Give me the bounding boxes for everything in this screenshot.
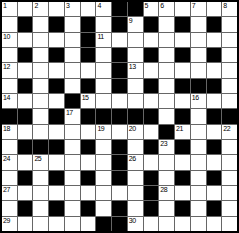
cell-14-4[interactable]: [65, 217, 80, 231]
clue-number: 18: [3, 125, 10, 133]
crossword-grid: 1234567891011121314151617181920212223242…: [0, 0, 239, 233]
cell-8-2[interactable]: [33, 125, 48, 139]
cell-12-14[interactable]: [222, 186, 237, 200]
cell-14-5[interactable]: [81, 217, 96, 231]
block-cell-13-3: [49, 201, 64, 215]
cell-2-11[interactable]: [175, 33, 190, 47]
cell-9-10[interactable]: 23: [159, 140, 174, 154]
cell-9-8[interactable]: [128, 140, 143, 154]
cell-8-5[interactable]: [81, 125, 96, 139]
cell-14-13[interactable]: [207, 217, 222, 231]
cell-2-4[interactable]: [65, 33, 80, 47]
clue-number: 16: [192, 94, 199, 102]
cell-10-9[interactable]: [144, 155, 159, 169]
block-cell-9-5: [81, 140, 96, 154]
cell-13-8[interactable]: [128, 201, 143, 215]
clue-number: 5: [145, 2, 148, 10]
cell-6-7[interactable]: [112, 94, 127, 108]
clue-number: 12: [3, 63, 10, 71]
block-cell-5-9: [144, 79, 159, 93]
block-cell-0-8: [128, 2, 143, 16]
cell-5-6[interactable]: [96, 79, 111, 93]
block-cell-9-13: [207, 140, 222, 154]
cell-14-10[interactable]: [159, 217, 174, 231]
clue-number: 15: [82, 94, 89, 102]
block-cell-3-1: [18, 48, 33, 62]
block-cell-1-11: [175, 17, 190, 31]
block-cell-1-3: [49, 17, 64, 31]
cell-12-13[interactable]: [207, 186, 222, 200]
clue-number: 21: [176, 125, 183, 133]
block-cell-9-7: [112, 140, 127, 154]
cell-8-4[interactable]: [65, 125, 80, 139]
cell-8-14[interactable]: 22: [222, 125, 237, 139]
cell-12-7[interactable]: [112, 186, 127, 200]
cell-13-10[interactable]: [159, 201, 174, 215]
cell-10-3[interactable]: [49, 155, 64, 169]
cell-2-2[interactable]: [33, 33, 48, 47]
cell-2-6[interactable]: 11: [96, 33, 111, 47]
cell-0-1[interactable]: [18, 2, 33, 16]
cell-11-6[interactable]: [96, 171, 111, 185]
cell-6-12[interactable]: 16: [191, 94, 206, 108]
cell-3-12[interactable]: [191, 48, 206, 62]
cell-14-12[interactable]: [191, 217, 206, 231]
cell-0-12[interactable]: 7: [191, 2, 206, 16]
cell-2-1[interactable]: [18, 33, 33, 47]
cell-8-6[interactable]: 19: [96, 125, 111, 139]
block-cell-9-3: [49, 140, 64, 154]
cell-3-8[interactable]: [128, 48, 143, 62]
cell-10-14[interactable]: [222, 155, 237, 169]
clue-number: 22: [223, 125, 230, 133]
cell-0-4[interactable]: 3: [65, 2, 80, 16]
clue-number: 27: [3, 186, 10, 194]
block-cell-5-1: [18, 79, 33, 93]
clue-number: 2: [34, 2, 37, 10]
cell-1-14[interactable]: [222, 17, 237, 31]
cell-0-2[interactable]: 2: [33, 2, 48, 16]
cell-4-10[interactable]: [159, 63, 174, 77]
cell-3-0[interactable]: [2, 48, 17, 62]
block-cell-9-2: [33, 140, 48, 154]
block-cell-9-11: [175, 140, 190, 154]
block-cell-1-13: [207, 17, 222, 31]
cell-12-1[interactable]: [18, 186, 33, 200]
cell-3-14[interactable]: [222, 48, 237, 62]
cell-4-12[interactable]: [191, 63, 206, 77]
cell-2-9[interactable]: [144, 33, 159, 47]
cell-10-5[interactable]: [81, 155, 96, 169]
block-cell-7-7: [112, 109, 127, 123]
block-cell-3-11: [175, 48, 190, 62]
cell-8-8[interactable]: 20: [128, 125, 143, 139]
cell-2-8[interactable]: [128, 33, 143, 47]
cell-1-10[interactable]: [159, 17, 174, 31]
block-cell-9-9: [144, 140, 159, 154]
cell-14-9[interactable]: [144, 217, 159, 231]
block-cell-9-1: [18, 140, 33, 154]
cell-13-4[interactable]: [65, 201, 80, 215]
cell-12-4[interactable]: [65, 186, 80, 200]
block-cell-7-5: [81, 109, 96, 123]
cell-0-11[interactable]: [175, 2, 190, 16]
cell-3-10[interactable]: [159, 48, 174, 62]
cell-6-0[interactable]: 14: [2, 94, 17, 108]
cell-9-6[interactable]: [96, 140, 111, 154]
block-cell-4-7: [112, 63, 127, 77]
cell-7-10[interactable]: [159, 109, 174, 123]
cell-4-5[interactable]: [81, 63, 96, 77]
block-cell-13-13: [207, 201, 222, 215]
cell-11-2[interactable]: [33, 171, 48, 185]
cell-6-14[interactable]: [222, 94, 237, 108]
block-cell-3-5: [81, 48, 96, 62]
cell-8-13[interactable]: [207, 125, 222, 139]
cell-8-11[interactable]: 21: [175, 125, 190, 139]
cell-0-5[interactable]: [81, 2, 96, 16]
cell-1-2[interactable]: [33, 17, 48, 31]
cell-8-9[interactable]: [144, 125, 159, 139]
cell-0-14[interactable]: 8: [222, 2, 237, 16]
cell-0-0[interactable]: 1: [2, 2, 17, 16]
clue-number: 23: [160, 140, 167, 148]
cell-13-6[interactable]: [96, 201, 111, 215]
block-cell-7-8: [128, 109, 143, 123]
clue-number: 20: [129, 125, 136, 133]
cell-3-2[interactable]: [33, 48, 48, 62]
cell-2-10[interactable]: [159, 33, 174, 47]
cell-1-12[interactable]: [191, 17, 206, 31]
cell-5-4[interactable]: [65, 79, 80, 93]
clue-number: 11: [97, 33, 103, 41]
cell-9-14[interactable]: [222, 140, 237, 154]
cell-10-10[interactable]: [159, 155, 174, 169]
block-cell-5-13: [207, 79, 222, 93]
cell-11-12[interactable]: [191, 171, 206, 185]
cell-10-2[interactable]: 25: [33, 155, 48, 169]
cell-14-11[interactable]: [175, 217, 190, 231]
cell-6-10[interactable]: [159, 94, 174, 108]
clue-number: 26: [129, 155, 136, 163]
cell-12-11[interactable]: [175, 186, 190, 200]
block-cell-14-6: [96, 217, 111, 231]
cell-10-0[interactable]: 24: [2, 155, 17, 169]
cell-11-8[interactable]: [128, 171, 143, 185]
clue-number: 3: [66, 2, 69, 10]
block-cell-11-7: [112, 171, 127, 185]
cell-2-3[interactable]: [49, 33, 64, 47]
cell-10-8[interactable]: 26: [128, 155, 143, 169]
cell-0-10[interactable]: 6: [159, 2, 174, 16]
cell-4-9[interactable]: [144, 63, 159, 77]
block-cell-3-9: [144, 48, 159, 62]
cell-2-12[interactable]: [191, 33, 206, 47]
cell-14-0[interactable]: 29: [2, 217, 17, 231]
cell-5-0[interactable]: [2, 79, 17, 93]
cell-7-2[interactable]: [33, 109, 48, 123]
clue-number: 25: [34, 155, 41, 163]
cell-4-4[interactable]: [65, 63, 80, 77]
block-cell-1-7: [112, 17, 127, 31]
cell-8-1[interactable]: [18, 125, 33, 139]
cell-0-3[interactable]: [49, 2, 64, 16]
cell-14-1[interactable]: [18, 217, 33, 231]
block-cell-11-11: [175, 171, 190, 185]
cell-14-8[interactable]: 30: [128, 217, 143, 231]
clue-number: 19: [97, 125, 104, 133]
cell-1-8[interactable]: 9: [128, 17, 143, 31]
cell-13-14[interactable]: [222, 201, 237, 215]
cell-12-8[interactable]: [128, 186, 143, 200]
cell-6-13[interactable]: [207, 94, 222, 108]
cell-3-6[interactable]: [96, 48, 111, 62]
block-cell-3-13: [207, 48, 222, 62]
clue-number: 4: [97, 2, 100, 10]
cell-7-4[interactable]: 17: [65, 109, 80, 123]
clue-number: 24: [3, 155, 10, 163]
cell-13-0[interactable]: [2, 201, 17, 215]
cell-4-14[interactable]: [222, 63, 237, 77]
block-cell-2-5: [81, 33, 96, 47]
cell-4-6[interactable]: [96, 63, 111, 77]
block-cell-5-11: [175, 79, 190, 93]
cell-6-8[interactable]: [128, 94, 143, 108]
block-cell-5-12: [191, 79, 206, 93]
cell-11-10[interactable]: [159, 171, 174, 185]
block-cell-1-1: [18, 17, 33, 31]
cell-10-12[interactable]: [191, 155, 206, 169]
block-cell-5-3: [49, 79, 64, 93]
cell-1-0[interactable]: [2, 17, 17, 31]
block-cell-7-14: [222, 109, 237, 123]
cell-1-4[interactable]: [65, 17, 80, 31]
cell-11-4[interactable]: [65, 171, 80, 185]
clue-number: 6: [160, 2, 163, 10]
cell-10-4[interactable]: [65, 155, 80, 169]
cell-2-14[interactable]: [222, 33, 237, 47]
cell-4-1[interactable]: [18, 63, 33, 77]
clue-number: 10: [3, 33, 10, 41]
cell-6-1[interactable]: [18, 94, 33, 108]
cell-11-0[interactable]: [2, 171, 17, 185]
cell-12-0[interactable]: 27: [2, 186, 17, 200]
cell-2-13[interactable]: [207, 33, 222, 47]
cell-0-9[interactable]: 5: [144, 2, 159, 16]
cell-2-7[interactable]: [112, 33, 127, 47]
block-cell-5-5: [81, 79, 96, 93]
cell-8-7[interactable]: [112, 125, 127, 139]
cell-1-6[interactable]: [96, 17, 111, 31]
block-cell-7-11: [175, 109, 190, 123]
block-cell-7-9: [144, 109, 159, 123]
cell-6-9[interactable]: [144, 94, 159, 108]
cell-8-0[interactable]: 18: [2, 125, 17, 139]
clue-number: 9: [129, 17, 132, 25]
block-cell-13-11: [175, 201, 190, 215]
cell-5-8[interactable]: [128, 79, 143, 93]
block-cell-7-3: [49, 109, 64, 123]
clue-number: 14: [3, 94, 10, 102]
block-cell-3-7: [112, 48, 127, 62]
block-cell-12-9: [144, 186, 159, 200]
clue-number: 29: [3, 217, 10, 225]
cell-6-2[interactable]: [33, 94, 48, 108]
cell-0-6[interactable]: 4: [96, 2, 111, 16]
cell-12-10[interactable]: 28: [159, 186, 174, 200]
block-cell-11-1: [18, 171, 33, 185]
cell-12-3[interactable]: [49, 186, 64, 200]
cell-6-5[interactable]: 15: [81, 94, 96, 108]
clue-number: 7: [192, 2, 195, 10]
cell-13-2[interactable]: [33, 201, 48, 215]
clue-number: 8: [223, 2, 226, 10]
cell-14-3[interactable]: [49, 217, 64, 231]
cell-0-13[interactable]: [207, 2, 222, 16]
cell-5-14[interactable]: [222, 79, 237, 93]
clue-number: 1: [3, 2, 6, 10]
cell-5-2[interactable]: [33, 79, 48, 93]
cell-6-11[interactable]: [175, 94, 190, 108]
block-cell-1-9: [144, 17, 159, 31]
cell-7-12[interactable]: [191, 109, 206, 123]
block-cell-3-3: [49, 48, 64, 62]
cell-4-2[interactable]: [33, 63, 48, 77]
cell-2-0[interactable]: 10: [2, 33, 17, 47]
cell-10-6[interactable]: [96, 155, 111, 169]
cell-8-12[interactable]: [191, 125, 206, 139]
cell-14-2[interactable]: [33, 217, 48, 231]
cell-12-6[interactable]: [96, 186, 111, 200]
cell-5-10[interactable]: [159, 79, 174, 93]
cell-4-13[interactable]: [207, 63, 222, 77]
clue-number: 17: [66, 109, 73, 117]
cell-10-13[interactable]: [207, 155, 222, 169]
block-cell-11-3: [49, 171, 64, 185]
block-cell-0-7: [112, 2, 127, 16]
block-cell-6-4: [65, 94, 80, 108]
block-cell-7-13: [207, 109, 222, 123]
cell-8-3[interactable]: [49, 125, 64, 139]
cell-6-3[interactable]: [49, 94, 64, 108]
block-cell-8-10: [159, 125, 174, 139]
cell-10-1[interactable]: [18, 155, 33, 169]
block-cell-14-7: [112, 217, 127, 231]
block-cell-7-1: [18, 109, 33, 123]
cell-4-11[interactable]: [175, 63, 190, 77]
cell-9-4[interactable]: [65, 140, 80, 154]
cell-13-12[interactable]: [191, 201, 206, 215]
block-cell-1-5: [81, 17, 96, 31]
block-cell-13-7: [112, 201, 127, 215]
cell-3-4[interactable]: [65, 48, 80, 62]
clue-number: 28: [160, 186, 167, 194]
cell-4-3[interactable]: [49, 63, 64, 77]
block-cell-7-6: [96, 109, 111, 123]
block-cell-11-13: [207, 171, 222, 185]
block-cell-13-1: [18, 201, 33, 215]
block-cell-11-5: [81, 171, 96, 185]
clue-number: 30: [129, 217, 136, 225]
clue-number: 13: [129, 63, 136, 71]
cell-9-0[interactable]: [2, 140, 17, 154]
cell-9-12[interactable]: [191, 140, 206, 154]
cell-12-5[interactable]: [81, 186, 96, 200]
cell-14-14[interactable]: [222, 217, 237, 231]
cell-11-14[interactable]: [222, 171, 237, 185]
cell-12-2[interactable]: [33, 186, 48, 200]
cell-10-11[interactable]: [175, 155, 190, 169]
cell-6-6[interactable]: [96, 94, 111, 108]
block-cell-7-0: [2, 109, 17, 123]
cell-4-0[interactable]: 12: [2, 63, 17, 77]
block-cell-10-7: [112, 155, 127, 169]
block-cell-5-7: [112, 79, 127, 93]
cell-4-8[interactable]: 13: [128, 63, 143, 77]
cell-12-12[interactable]: [191, 186, 206, 200]
block-cell-11-9: [144, 171, 159, 185]
block-cell-13-5: [81, 201, 96, 215]
block-cell-13-9: [144, 201, 159, 215]
